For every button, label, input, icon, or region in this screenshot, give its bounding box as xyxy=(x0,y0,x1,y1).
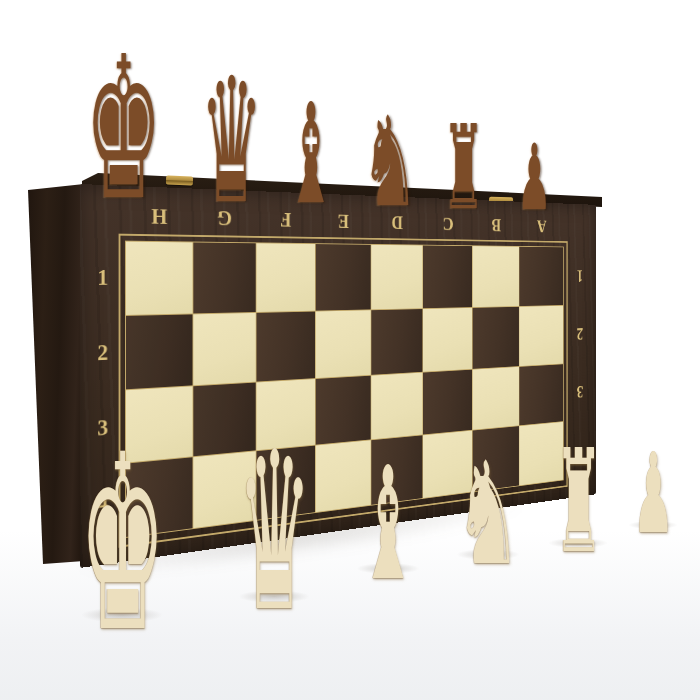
light-bishop-glyph: ♝ xyxy=(359,433,418,615)
light-king: ♚ xyxy=(74,422,171,665)
light-queen-glyph: ♛ xyxy=(237,405,312,660)
square xyxy=(193,313,255,385)
square xyxy=(423,246,472,308)
dark-bishop-glyph: ♝ xyxy=(286,74,335,235)
square xyxy=(519,306,563,366)
square xyxy=(315,310,370,378)
square xyxy=(315,244,370,310)
square xyxy=(256,243,314,311)
dark-knight: ♞ xyxy=(358,100,422,224)
square xyxy=(423,369,472,434)
square xyxy=(371,372,423,439)
dark-bishop: ♝ xyxy=(283,86,338,224)
square xyxy=(519,247,563,306)
rank-label-1-right: 1 xyxy=(564,266,596,286)
square xyxy=(126,242,192,315)
dark-rook: ♜ xyxy=(440,109,487,226)
square xyxy=(473,366,519,429)
square xyxy=(256,311,314,381)
square xyxy=(371,245,423,309)
square xyxy=(193,242,255,313)
dark-king-glyph: ♚ xyxy=(85,14,163,243)
light-pawn-glyph: ♟ xyxy=(633,429,675,558)
light-rook: ♜ xyxy=(551,430,605,573)
dark-pawn: ♟ xyxy=(515,132,553,223)
rank-label-3-right: 3 xyxy=(564,380,596,402)
rank-label-2-right: 2 xyxy=(564,323,596,344)
light-queen: ♛ xyxy=(233,423,316,642)
brass-hinge-left xyxy=(166,176,193,186)
dark-queen: ♛ xyxy=(197,55,266,228)
dark-queen-glyph: ♛ xyxy=(200,40,262,242)
dark-king: ♚ xyxy=(80,30,167,227)
light-rook-glyph: ♜ xyxy=(554,418,603,585)
dark-rook-glyph: ♜ xyxy=(443,99,485,236)
light-king-glyph: ♚ xyxy=(79,402,166,685)
dark-pawn-glyph: ♟ xyxy=(517,125,551,230)
light-knight: ♞ xyxy=(451,443,525,585)
square xyxy=(423,308,472,372)
square xyxy=(473,307,519,369)
dark-knight-glyph: ♞ xyxy=(361,90,419,234)
square xyxy=(519,364,563,426)
light-pawn: ♟ xyxy=(630,438,677,549)
light-knight-glyph: ♞ xyxy=(455,431,521,596)
chess-product-photo: H G F E D C B A 1 2 3 4 1 2 3 xyxy=(0,0,700,700)
square xyxy=(126,314,192,389)
light-bishop: ♝ xyxy=(355,446,421,602)
square xyxy=(473,246,519,307)
square xyxy=(371,309,423,375)
